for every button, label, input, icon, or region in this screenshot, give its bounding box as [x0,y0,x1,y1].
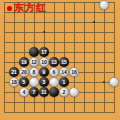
stone-w[interactable] [69,87,79,97]
stone-b17[interactable]: 17 [39,47,49,57]
stone-w20[interactable]: 20 [19,67,29,77]
stone-w4[interactable]: 4 [19,87,29,97]
stone-b13[interactable]: 13 [49,57,59,67]
stone-w18[interactable]: 18 [9,77,19,87]
app-title-bar: 东方红 [7,1,47,15]
stone-b21[interactable]: 21 [9,67,19,77]
stone-w12[interactable]: 12 [29,57,39,67]
stone-b5[interactable]: 5 [19,77,29,87]
stone-b[interactable] [49,87,59,97]
stone-b11[interactable]: 11 [39,87,49,97]
stone-b19[interactable]: 19 [19,57,29,67]
hoshi-dot [103,81,105,83]
board-intersections[interactable]: 171912101315212089614161853147112 [0,0,119,117]
hoshi-dot [43,31,45,33]
stone-b15[interactable]: 15 [59,57,69,67]
stone-w[interactable] [49,77,59,87]
stone-w8[interactable]: 8 [29,67,39,77]
stone-b[interactable] [29,47,39,57]
red-dot-icon [7,6,12,11]
stone-w10[interactable]: 10 [39,57,49,67]
app-title: 东方红 [14,1,47,15]
stone-w[interactable] [29,77,39,87]
stone-w6[interactable]: 6 [49,67,59,77]
stone-w16[interactable]: 16 [69,67,79,77]
hoshi-dot [93,21,95,23]
stone-w2[interactable]: 2 [59,87,69,97]
stone-w[interactable] [99,0,109,10]
stone-w[interactable] [109,77,119,87]
stone-w14[interactable]: 14 [59,67,69,77]
go-board[interactable]: 171912101315212089614161853147112 东方红 [0,0,120,120]
stone-b1[interactable]: 1 [59,77,69,87]
stone-b9[interactable]: 9 [39,67,49,77]
stone-b3[interactable]: 3 [39,77,49,87]
stone-b7[interactable]: 7 [29,87,39,97]
